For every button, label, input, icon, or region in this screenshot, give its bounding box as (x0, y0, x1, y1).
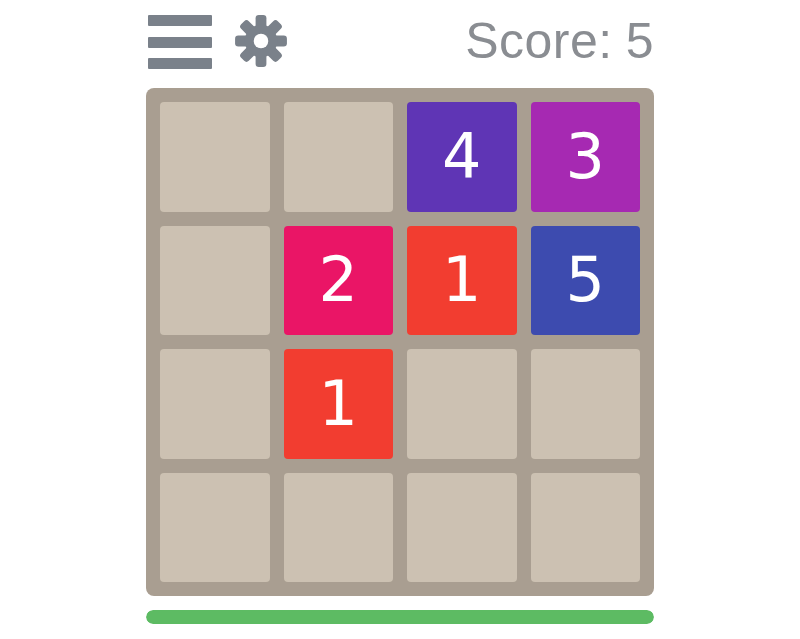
empty-cell (284, 102, 394, 212)
score-value: 5 (626, 12, 654, 70)
empty-cell (407, 473, 517, 583)
empty-cell (531, 473, 641, 583)
score-display: Score: 5 (465, 0, 654, 82)
tile-5: 5 (531, 226, 641, 336)
empty-cell (160, 349, 270, 459)
settings-button[interactable] (234, 13, 290, 69)
header: Score: 5 (146, 0, 654, 88)
menu-button[interactable] (148, 15, 212, 69)
tile-4: 4 (407, 102, 517, 212)
empty-cell (531, 349, 641, 459)
tile-3: 3 (531, 102, 641, 212)
progress-bar-fill (146, 610, 654, 624)
game-board[interactable]: 432151 (146, 88, 654, 596)
empty-cell (160, 102, 270, 212)
hamburger-menu-icon (148, 15, 212, 69)
tile-1: 1 (407, 226, 517, 336)
empty-cell (160, 226, 270, 336)
score-label: Score: (465, 12, 613, 70)
app-window: Score: 5 432151 (0, 0, 800, 639)
progress-bar (146, 610, 654, 624)
empty-cell (160, 473, 270, 583)
tile-1: 1 (284, 349, 394, 459)
tile-2: 2 (284, 226, 394, 336)
content-column: Score: 5 432151 (146, 0, 654, 639)
empty-cell (407, 349, 517, 459)
gear-icon (234, 14, 288, 68)
empty-cell (284, 473, 394, 583)
